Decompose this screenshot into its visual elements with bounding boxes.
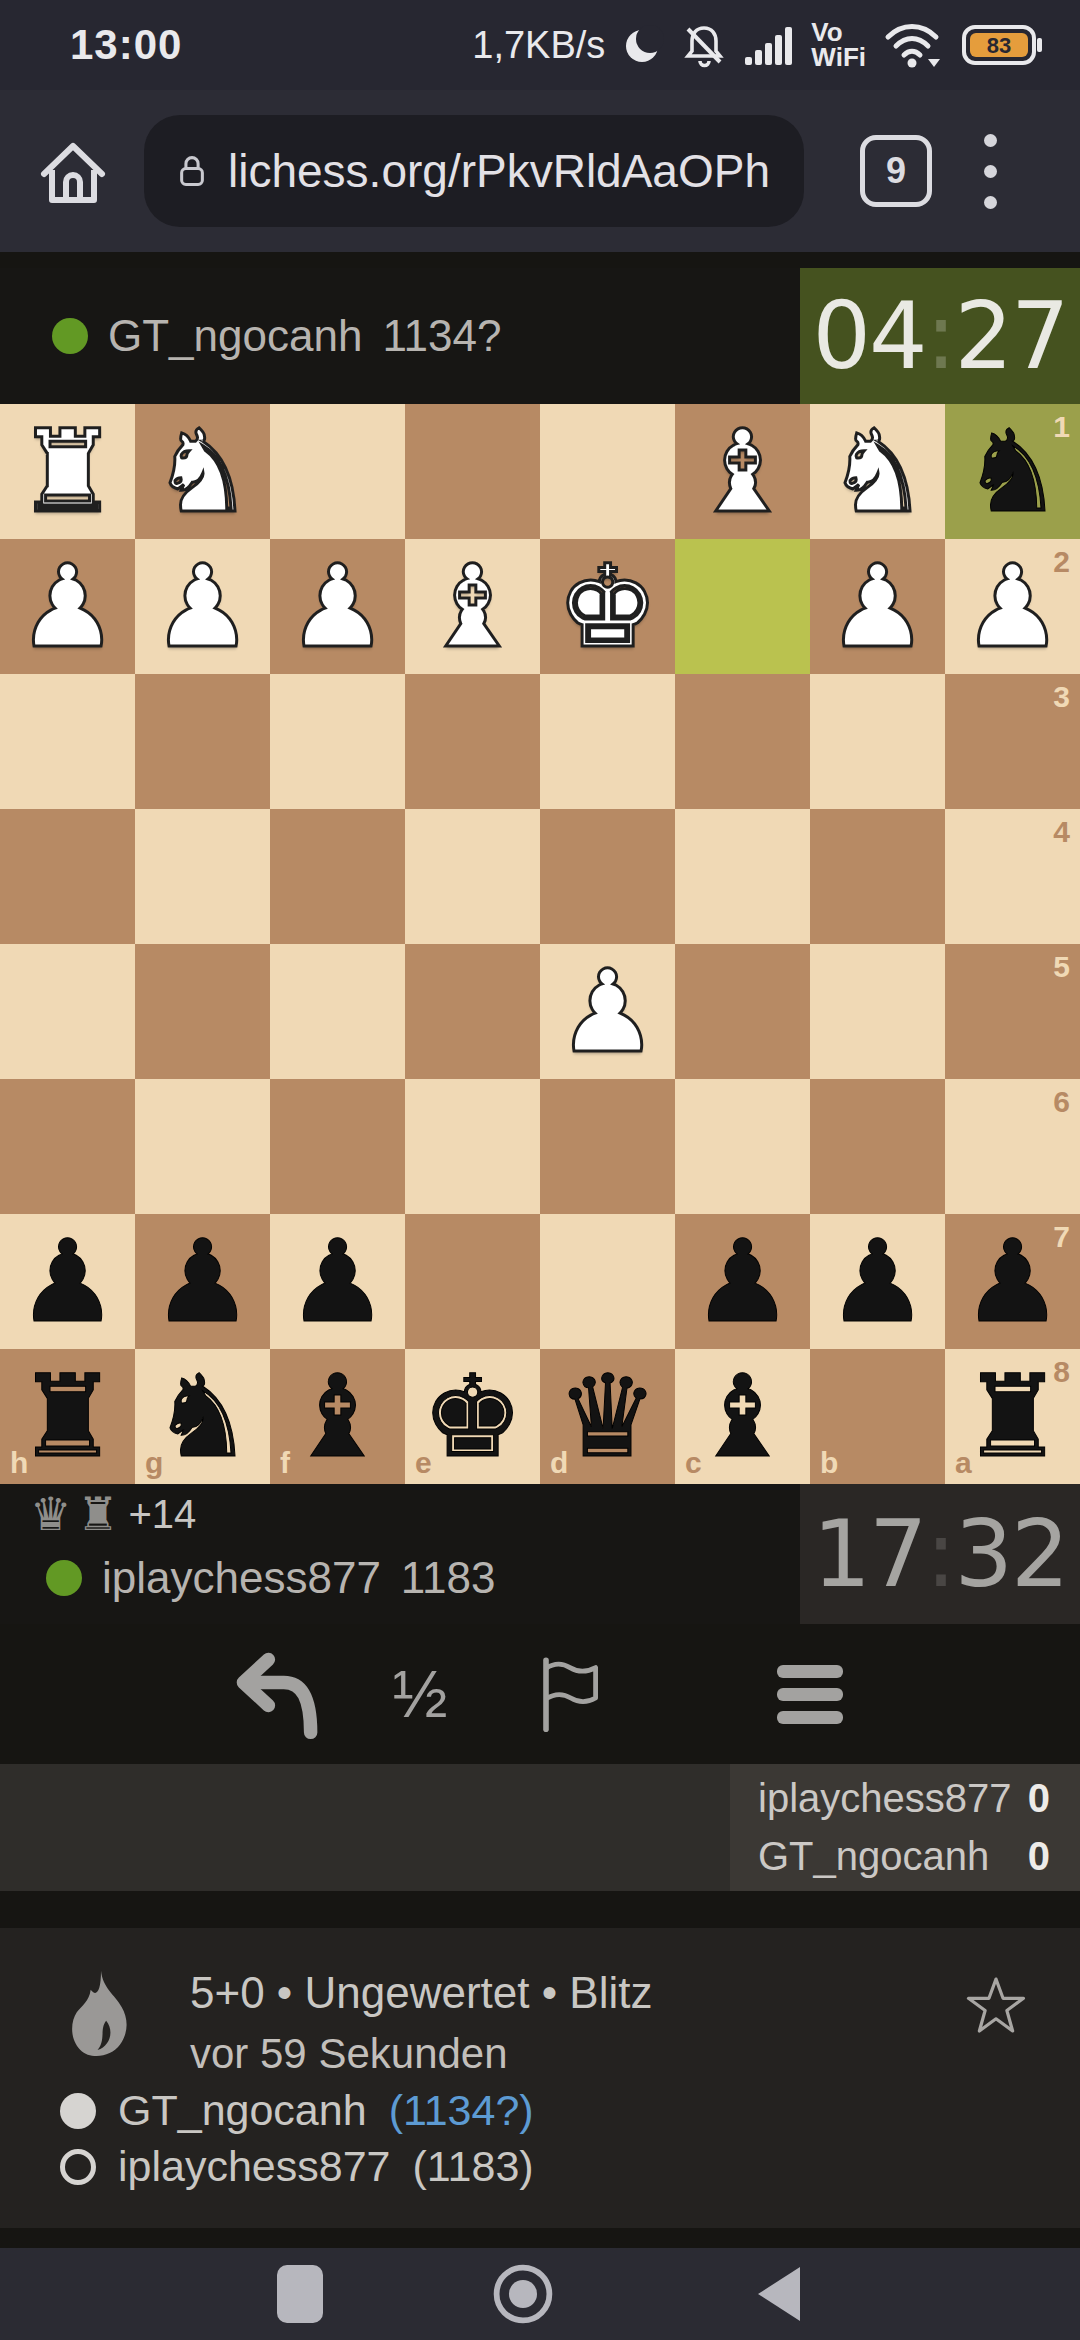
square-b4[interactable] [810, 809, 945, 944]
chat-area[interactable] [0, 1764, 730, 1891]
square-g7[interactable]: ♟ [135, 1214, 270, 1349]
white-knight[interactable]: ♞ [135, 404, 270, 539]
square-c4[interactable] [675, 809, 810, 944]
square-h1[interactable]: ♜ [0, 404, 135, 539]
rank-label-4: 4 [1053, 815, 1070, 849]
black-player-icon [60, 2149, 96, 2185]
square-h3[interactable] [0, 674, 135, 809]
square-g2[interactable]: ♟ [135, 539, 270, 674]
file-label-d: d [550, 1446, 568, 1480]
rank-label-8: 8 [1053, 1355, 1070, 1389]
square-f3[interactable] [270, 674, 405, 809]
square-c7[interactable]: ♟ [675, 1214, 810, 1349]
square-b8[interactable]: b [810, 1349, 945, 1484]
white-pawn[interactable]: ♟ [810, 539, 945, 674]
white-player-link[interactable]: GT_ngocanh [118, 2086, 367, 2135]
square-g5[interactable] [135, 944, 270, 1079]
moon-icon [621, 23, 665, 67]
white-bishop[interactable]: ♝ [675, 404, 810, 539]
browser-home-button[interactable] [30, 128, 116, 214]
square-e3[interactable] [405, 674, 540, 809]
crosstable-row: iplaychess877 0 [730, 1776, 1080, 1821]
square-a3[interactable]: 3 [945, 674, 1080, 809]
white-pawn[interactable]: ♟ [270, 539, 405, 674]
file-label-a: a [955, 1446, 972, 1480]
square-c3[interactable] [675, 674, 810, 809]
chess-board: ♜♞♝♞♞1♟♟♟♝♚♟♟234♟56♟♟♟♟♟♟7♜h♞g♝f♚e♛d♝cb♜… [0, 404, 1080, 1484]
black-player-rating: (1183) [413, 2142, 534, 2191]
game-info-black-player: iplaychess877 (1183) [60, 2142, 534, 2191]
square-h2[interactable]: ♟ [0, 539, 135, 674]
square-h7[interactable]: ♟ [0, 1214, 135, 1349]
square-h6[interactable] [0, 1079, 135, 1214]
recents-square-icon [275, 2263, 325, 2325]
menu-button[interactable] [750, 1624, 870, 1764]
square-b6[interactable] [810, 1079, 945, 1214]
url-text: lichess.org/rPkvRldAaOPh [228, 144, 770, 198]
white-pawn[interactable]: ♟ [135, 539, 270, 674]
square-g3[interactable] [135, 674, 270, 809]
square-b7[interactable]: ♟ [810, 1214, 945, 1349]
white-player-rating-link[interactable]: (1134?) [389, 2086, 534, 2135]
square-g8[interactable]: ♞g [135, 1349, 270, 1484]
square-c8[interactable]: ♝c [675, 1349, 810, 1484]
signal-icon [743, 23, 795, 67]
square-a6[interactable]: 6 [945, 1079, 1080, 1214]
square-f8[interactable]: ♝f [270, 1349, 405, 1484]
square-h5[interactable] [0, 944, 135, 1079]
square-a5[interactable]: 5 [945, 944, 1080, 1079]
file-label-g: g [145, 1446, 163, 1480]
crosstable: iplaychess877 0 GT_ngocanh 0 [730, 1764, 1080, 1891]
status-icons: 1,7KB/s Vo WiFi [472, 19, 1044, 71]
square-f7[interactable]: ♟ [270, 1214, 405, 1349]
square-b1[interactable]: ♞ [810, 404, 945, 539]
square-d2[interactable]: ♚ [540, 539, 675, 674]
bottom-player-bar: ♛ ♜ +14 iplaychess877 1183 17:32 [0, 1484, 1080, 1624]
browser-menu-button[interactable] [984, 134, 997, 209]
black-bishop[interactable]: ♝ [270, 1349, 405, 1484]
white-rook[interactable]: ♜ [0, 404, 135, 539]
android-nav-bar [0, 2248, 1080, 2340]
draw-offer-button[interactable]: ½ [360, 1624, 480, 1764]
top-clock: 04:27 [800, 268, 1080, 404]
takeback-arrow-icon [230, 1646, 326, 1742]
bottom-player-rating: 1183 [401, 1553, 496, 1603]
square-e2[interactable]: ♝ [405, 539, 540, 674]
rank-label-6: 6 [1053, 1085, 1070, 1119]
game-info-white-player: GT_ngocanh (1134?) [60, 2086, 534, 2135]
captured-rook-icon: ♜ [77, 1491, 118, 1537]
status-time: 13:00 [70, 21, 182, 69]
game-info-panel: 5+0 • Ungewertet • Blitz vor 59 Sekunden… [0, 1928, 1080, 2228]
square-b3[interactable] [810, 674, 945, 809]
square-e1[interactable] [405, 404, 540, 539]
square-d6[interactable] [540, 1079, 675, 1214]
black-pawn[interactable]: ♟ [0, 1214, 135, 1349]
svg-text:83: 83 [987, 33, 1011, 58]
square-g1[interactable]: ♞ [135, 404, 270, 539]
square-d1[interactable] [540, 404, 675, 539]
file-label-b: b [820, 1446, 838, 1480]
square-e5[interactable] [405, 944, 540, 1079]
game-time-ago: vor 59 Sekunden [190, 2030, 508, 2078]
square-e4[interactable] [405, 809, 540, 944]
square-d5[interactable]: ♟ [540, 944, 675, 1079]
square-g4[interactable] [135, 809, 270, 944]
square-e6[interactable] [405, 1079, 540, 1214]
phone-screen: 13:00 1,7KB/s Vo WiFi [0, 0, 1080, 2340]
square-d7[interactable] [540, 1214, 675, 1349]
file-label-h: h [10, 1446, 28, 1480]
square-f2[interactable]: ♟ [270, 539, 405, 674]
square-f6[interactable] [270, 1079, 405, 1214]
rank-label-3: 3 [1053, 680, 1070, 714]
square-h4[interactable] [0, 809, 135, 944]
flag-icon [530, 1652, 610, 1736]
rank-label-1: 1 [1053, 410, 1070, 444]
crosstable-row: GT_ngocanh 0 [730, 1834, 1080, 1879]
rank-label-5: 5 [1053, 950, 1070, 984]
white-knight[interactable]: ♞ [810, 404, 945, 539]
online-dot [52, 318, 88, 354]
square-a8[interactable]: ♜8a [945, 1349, 1080, 1484]
file-label-e: e [415, 1446, 432, 1480]
half-label: ½ [392, 1656, 447, 1732]
network-speed: 1,7KB/s [472, 24, 605, 67]
square-d4[interactable] [540, 809, 675, 944]
square-d3[interactable] [540, 674, 675, 809]
blitz-flame-icon [58, 1964, 144, 2074]
bell-muted-icon [681, 22, 727, 68]
bottom-player-name: iplaychess877 [102, 1553, 381, 1603]
tab-count: 9 [886, 150, 906, 192]
tab-counter-button[interactable]: 9 [860, 135, 932, 207]
takeback-button[interactable] [218, 1624, 338, 1764]
top-player-rating: 1134? [382, 311, 501, 361]
black-pawn[interactable]: ♟ [270, 1214, 405, 1349]
bottom-player: iplaychess877 1183 [46, 1540, 495, 1616]
home-circle-icon [490, 2261, 556, 2327]
white-pawn[interactable]: ♟ [540, 944, 675, 1079]
rank-label-2: 2 [1053, 545, 1070, 579]
back-triangle-icon [750, 2263, 804, 2325]
square-a7[interactable]: ♟7 [945, 1214, 1080, 1349]
file-label-f: f [280, 1446, 290, 1480]
online-dot [46, 1560, 82, 1596]
top-player: GT_ngocanh 1134? [52, 268, 502, 404]
square-e8[interactable]: ♚e [405, 1349, 540, 1484]
square-c1[interactable]: ♝ [675, 404, 810, 539]
lock-icon [178, 143, 206, 199]
game-meta: 5+0 • Ungewertet • Blitz [190, 1968, 652, 2018]
game-controls: ½ [0, 1624, 1080, 1764]
recents-button[interactable] [245, 2248, 355, 2340]
white-bishop[interactable]: ♝ [405, 539, 540, 674]
square-b2[interactable]: ♟ [810, 539, 945, 674]
top-player-name: GT_ngocanh [108, 311, 362, 361]
rank-label-7: 7 [1053, 1220, 1070, 1254]
browser-toolbar: lichess.org/rPkvRldAaOPh 9 [0, 90, 1080, 252]
square-f5[interactable] [270, 944, 405, 1079]
square-e7[interactable] [405, 1214, 540, 1349]
black-pawn[interactable]: ♟ [675, 1214, 810, 1349]
material-score: +14 [129, 1492, 197, 1537]
vowifi-indicator: Vo WiFi [811, 20, 866, 70]
white-player-icon [60, 2093, 96, 2129]
square-a1[interactable]: ♞1 [945, 404, 1080, 539]
square-a4[interactable]: 4 [945, 809, 1080, 944]
square-h8[interactable]: ♜h [0, 1349, 135, 1484]
battery-icon: 83 [962, 22, 1044, 68]
black-pawn[interactable]: ♟ [135, 1214, 270, 1349]
black-player-link[interactable]: iplaychess877 [118, 2142, 391, 2191]
top-player-bar: GT_ngocanh 1134? 04:27 [0, 268, 1080, 404]
address-bar[interactable]: lichess.org/rPkvRldAaOPh [144, 115, 804, 227]
square-a2[interactable]: ♟2 [945, 539, 1080, 674]
star-bookmark-icon[interactable] [964, 1974, 1028, 2038]
hamburger-icon [777, 1665, 843, 1724]
white-pawn[interactable]: ♟ [0, 539, 135, 674]
square-f4[interactable] [270, 809, 405, 944]
home-icon [34, 132, 112, 210]
chat-crosstable-row: iplaychess877 0 GT_ngocanh 0 [0, 1764, 1080, 1891]
square-f1[interactable] [270, 404, 405, 539]
material-advantage: ♛ ♜ +14 [30, 1486, 196, 1542]
square-d8[interactable]: ♛d [540, 1349, 675, 1484]
home-button[interactable] [468, 2248, 578, 2340]
square-g6[interactable] [135, 1079, 270, 1214]
bottom-clock: 17:32 [800, 1484, 1080, 1624]
status-bar: 13:00 1,7KB/s Vo WiFi [0, 0, 1080, 90]
square-b5[interactable] [810, 944, 945, 1079]
square-c2[interactable] [675, 539, 810, 674]
resign-button[interactable] [510, 1624, 630, 1764]
square-c5[interactable] [675, 944, 810, 1079]
square-c6[interactable] [675, 1079, 810, 1214]
captured-queen-icon: ♛ [30, 1491, 71, 1537]
black-pawn[interactable]: ♟ [810, 1214, 945, 1349]
wifi-icon [882, 19, 946, 71]
white-king[interactable]: ♚ [540, 539, 675, 674]
back-button[interactable] [722, 2248, 832, 2340]
file-label-c: c [685, 1446, 702, 1480]
